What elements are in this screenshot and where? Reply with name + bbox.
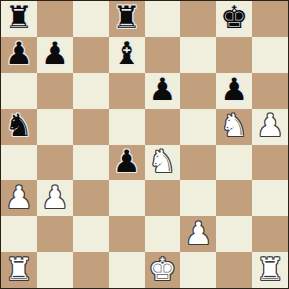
square-d6[interactable] bbox=[109, 73, 145, 109]
square-b8[interactable] bbox=[37, 1, 73, 37]
square-f4[interactable] bbox=[180, 145, 216, 181]
black-pawn: ♟ bbox=[113, 146, 141, 177]
square-f6[interactable] bbox=[180, 73, 216, 109]
square-h4[interactable] bbox=[252, 145, 288, 181]
square-e6[interactable]: ♟ bbox=[145, 73, 181, 109]
black-rook: ♜ bbox=[113, 2, 141, 33]
square-c2[interactable] bbox=[73, 216, 109, 252]
square-b5[interactable] bbox=[37, 109, 73, 145]
square-d3[interactable] bbox=[109, 180, 145, 216]
square-g3[interactable] bbox=[216, 180, 252, 216]
square-g6[interactable]: ♟ bbox=[216, 73, 252, 109]
square-g8[interactable]: ♚ bbox=[216, 1, 252, 37]
white-pawn: ♟ bbox=[5, 182, 33, 213]
square-a4[interactable] bbox=[1, 145, 37, 181]
square-b1[interactable] bbox=[37, 252, 73, 288]
square-c8[interactable] bbox=[73, 1, 109, 37]
white-pawn: ♟ bbox=[256, 110, 284, 141]
white-rook: ♜ bbox=[5, 254, 33, 285]
chess-board: ♜♜♚♟♟♝♟♟♞♞♟♟♞♟♟♟♜♚♜ bbox=[0, 0, 289, 289]
black-pawn: ♟ bbox=[41, 38, 69, 69]
white-knight: ♞ bbox=[220, 110, 248, 141]
square-e7[interactable] bbox=[145, 37, 181, 73]
square-c4[interactable] bbox=[73, 145, 109, 181]
square-d2[interactable] bbox=[109, 216, 145, 252]
chess-app: ♜♜♚♟♟♝♟♟♞♞♟♟♞♟♟♟♜♚♜ bbox=[0, 0, 289, 289]
square-b7[interactable]: ♟ bbox=[37, 37, 73, 73]
white-knight: ♞ bbox=[149, 146, 177, 177]
black-rook: ♜ bbox=[5, 2, 33, 33]
square-e5[interactable] bbox=[145, 109, 181, 145]
black-bishop: ♝ bbox=[113, 38, 141, 69]
square-a3[interactable]: ♟ bbox=[1, 180, 37, 216]
square-b4[interactable] bbox=[37, 145, 73, 181]
square-c5[interactable] bbox=[73, 109, 109, 145]
square-f1[interactable] bbox=[180, 252, 216, 288]
square-g1[interactable] bbox=[216, 252, 252, 288]
square-b2[interactable] bbox=[37, 216, 73, 252]
square-f8[interactable] bbox=[180, 1, 216, 37]
square-a2[interactable] bbox=[1, 216, 37, 252]
square-h2[interactable] bbox=[252, 216, 288, 252]
square-a7[interactable]: ♟ bbox=[1, 37, 37, 73]
square-a8[interactable]: ♜ bbox=[1, 1, 37, 37]
square-d8[interactable]: ♜ bbox=[109, 1, 145, 37]
square-d7[interactable]: ♝ bbox=[109, 37, 145, 73]
white-pawn: ♟ bbox=[184, 218, 212, 249]
square-c1[interactable] bbox=[73, 252, 109, 288]
white-pawn: ♟ bbox=[41, 182, 69, 213]
square-g4[interactable] bbox=[216, 145, 252, 181]
square-e4[interactable]: ♞ bbox=[145, 145, 181, 181]
square-f2[interactable]: ♟ bbox=[180, 216, 216, 252]
square-h1[interactable]: ♜ bbox=[252, 252, 288, 288]
square-h6[interactable] bbox=[252, 73, 288, 109]
square-g2[interactable] bbox=[216, 216, 252, 252]
black-pawn: ♟ bbox=[5, 38, 33, 69]
black-king: ♚ bbox=[220, 2, 248, 33]
square-h7[interactable] bbox=[252, 37, 288, 73]
square-a5[interactable]: ♞ bbox=[1, 109, 37, 145]
square-g7[interactable] bbox=[216, 37, 252, 73]
square-e3[interactable] bbox=[145, 180, 181, 216]
square-f7[interactable] bbox=[180, 37, 216, 73]
square-g5[interactable]: ♞ bbox=[216, 109, 252, 145]
square-h8[interactable] bbox=[252, 1, 288, 37]
square-c7[interactable] bbox=[73, 37, 109, 73]
square-d1[interactable] bbox=[109, 252, 145, 288]
square-d4[interactable]: ♟ bbox=[109, 145, 145, 181]
square-e8[interactable] bbox=[145, 1, 181, 37]
square-a1[interactable]: ♜ bbox=[1, 252, 37, 288]
square-c3[interactable] bbox=[73, 180, 109, 216]
square-c6[interactable] bbox=[73, 73, 109, 109]
square-b3[interactable]: ♟ bbox=[37, 180, 73, 216]
square-f5[interactable] bbox=[180, 109, 216, 145]
square-e2[interactable] bbox=[145, 216, 181, 252]
square-b6[interactable] bbox=[37, 73, 73, 109]
white-king: ♚ bbox=[149, 254, 177, 285]
white-rook: ♜ bbox=[256, 254, 284, 285]
black-pawn: ♟ bbox=[220, 74, 248, 105]
square-h5[interactable]: ♟ bbox=[252, 109, 288, 145]
square-f3[interactable] bbox=[180, 180, 216, 216]
square-e1[interactable]: ♚ bbox=[145, 252, 181, 288]
black-pawn: ♟ bbox=[149, 74, 177, 105]
square-d5[interactable] bbox=[109, 109, 145, 145]
square-a6[interactable] bbox=[1, 73, 37, 109]
square-h3[interactable] bbox=[252, 180, 288, 216]
black-knight: ♞ bbox=[5, 110, 33, 141]
